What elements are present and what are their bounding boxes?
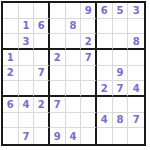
cell-r3c5[interactable] [66, 34, 82, 50]
cell-r7c1[interactable]: 6 [3, 97, 19, 113]
cell-r1c9[interactable]: 3 [128, 3, 144, 19]
sudoku-board: 96531683281272792746427487794 [1, 1, 146, 146]
cell-r5c8[interactable]: 9 [113, 66, 129, 82]
cell-r5c5[interactable] [66, 66, 82, 82]
cell-r6c7[interactable]: 2 [97, 81, 113, 97]
cell-r4c6[interactable]: 7 [81, 50, 97, 66]
cell-r7c9[interactable] [128, 97, 144, 113]
cell-r9c2[interactable]: 7 [19, 128, 35, 144]
cell-r6c4[interactable] [50, 81, 66, 97]
cell-r7c5[interactable] [66, 97, 82, 113]
cell-r3c8[interactable] [113, 34, 129, 50]
cell-r9c7[interactable] [97, 128, 113, 144]
cell-r9c6[interactable] [81, 128, 97, 144]
cell-r8c8[interactable]: 8 [113, 113, 129, 129]
cell-r3c9[interactable]: 8 [128, 34, 144, 50]
cell-r4c5[interactable] [66, 50, 82, 66]
cell-r3c2[interactable]: 3 [19, 34, 35, 50]
cell-r9c3[interactable] [34, 128, 50, 144]
cell-r2c4[interactable] [50, 19, 66, 35]
cell-r5c1[interactable]: 2 [3, 66, 19, 82]
cell-r7c2[interactable]: 4 [19, 97, 35, 113]
cell-r1c8[interactable]: 5 [113, 3, 129, 19]
cell-r7c7[interactable] [97, 97, 113, 113]
cell-r5c6[interactable] [81, 66, 97, 82]
cell-r3c6[interactable]: 2 [81, 34, 97, 50]
cell-r8c2[interactable] [19, 113, 35, 129]
cell-r8c4[interactable] [50, 113, 66, 129]
cell-r4c1[interactable]: 1 [3, 50, 19, 66]
cell-r7c8[interactable] [113, 97, 129, 113]
cell-r6c5[interactable] [66, 81, 82, 97]
cell-r9c1[interactable] [3, 128, 19, 144]
cell-r7c3[interactable]: 2 [34, 97, 50, 113]
cell-r6c6[interactable] [81, 81, 97, 97]
cell-r1c7[interactable]: 6 [97, 3, 113, 19]
cell-r9c9[interactable] [128, 128, 144, 144]
cell-r7c4[interactable]: 7 [50, 97, 66, 113]
cell-r3c7[interactable] [97, 34, 113, 50]
cell-r8c5[interactable] [66, 113, 82, 129]
cell-r2c9[interactable] [128, 19, 144, 35]
cell-r5c3[interactable]: 7 [34, 66, 50, 82]
cell-r7c6[interactable] [81, 97, 97, 113]
cell-r2c1[interactable] [3, 19, 19, 35]
cell-r6c3[interactable] [34, 81, 50, 97]
cell-r1c6[interactable]: 9 [81, 3, 97, 19]
cell-r8c6[interactable] [81, 113, 97, 129]
cell-r5c2[interactable] [19, 66, 35, 82]
cell-r2c8[interactable] [113, 19, 129, 35]
cell-r1c1[interactable] [3, 3, 19, 19]
cell-r2c7[interactable] [97, 19, 113, 35]
cell-r8c7[interactable]: 4 [97, 113, 113, 129]
cell-r4c9[interactable] [128, 50, 144, 66]
cell-r6c2[interactable] [19, 81, 35, 97]
cell-r1c2[interactable] [19, 3, 35, 19]
cell-r4c3[interactable] [34, 50, 50, 66]
cell-r5c7[interactable] [97, 66, 113, 82]
cell-r3c1[interactable] [3, 34, 19, 50]
cell-r8c1[interactable] [3, 113, 19, 129]
cell-r5c9[interactable] [128, 66, 144, 82]
cell-r1c5[interactable] [66, 3, 82, 19]
cell-r4c8[interactable] [113, 50, 129, 66]
cell-r4c4[interactable]: 2 [50, 50, 66, 66]
cell-r6c8[interactable]: 7 [113, 81, 129, 97]
cell-r2c5[interactable]: 8 [66, 19, 82, 35]
cell-r3c3[interactable] [34, 34, 50, 50]
cell-r3c4[interactable] [50, 34, 66, 50]
cell-r2c3[interactable]: 6 [34, 19, 50, 35]
cell-r9c8[interactable] [113, 128, 129, 144]
cell-r2c2[interactable]: 1 [19, 19, 35, 35]
cell-r6c9[interactable]: 4 [128, 81, 144, 97]
cell-r1c4[interactable] [50, 3, 66, 19]
cell-r5c4[interactable] [50, 66, 66, 82]
cell-r8c3[interactable] [34, 113, 50, 129]
cell-r6c1[interactable] [3, 81, 19, 97]
cell-r9c5[interactable]: 4 [66, 128, 82, 144]
cell-r2c6[interactable] [81, 19, 97, 35]
cell-r4c7[interactable] [97, 50, 113, 66]
cell-r4c2[interactable] [19, 50, 35, 66]
cell-r9c4[interactable]: 9 [50, 128, 66, 144]
cell-r1c3[interactable] [34, 3, 50, 19]
cell-r8c9[interactable]: 7 [128, 113, 144, 129]
